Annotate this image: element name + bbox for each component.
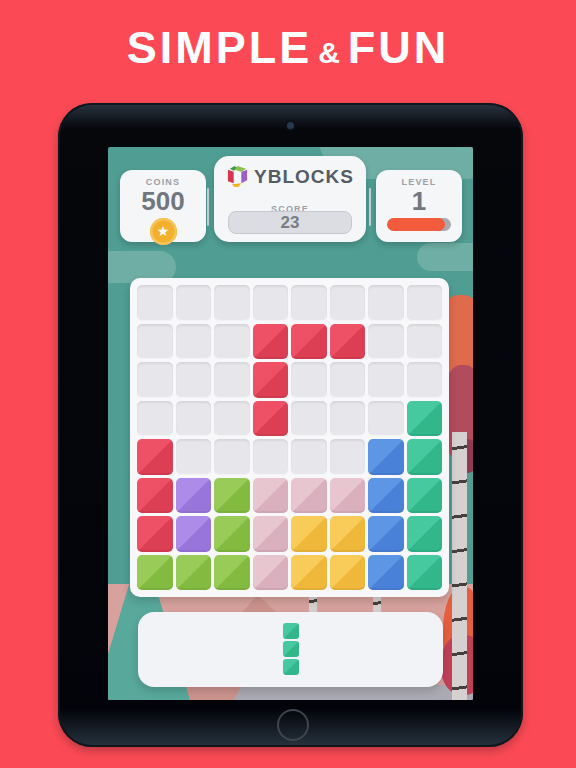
board-cell-teal[interactable] xyxy=(407,516,443,552)
score-card: YBLOCKS SCORE 23 xyxy=(214,156,366,242)
board-cell-empty[interactable] xyxy=(176,285,212,321)
logo-text: YBLOCKS xyxy=(254,166,354,188)
board-cell-red[interactable] xyxy=(330,324,366,360)
board-grid xyxy=(137,285,442,590)
board-cell-empty[interactable] xyxy=(214,401,250,437)
board-cell-red[interactable] xyxy=(291,324,327,360)
page-title: SIMPLE&FUN xyxy=(0,22,576,74)
board-cell-empty[interactable] xyxy=(368,401,404,437)
tray-piece-cell xyxy=(283,623,299,639)
game-board xyxy=(130,278,449,597)
front-camera-icon xyxy=(287,122,294,129)
board-cell-teal[interactable] xyxy=(407,439,443,475)
board-cell-teal[interactable] xyxy=(407,555,443,591)
hud-divider xyxy=(369,188,371,226)
board-cell-empty[interactable] xyxy=(368,285,404,321)
board-cell-red[interactable] xyxy=(253,324,289,360)
level-progress-bar xyxy=(387,218,451,231)
board-cell-yellow[interactable] xyxy=(330,516,366,552)
board-cell-red[interactable] xyxy=(137,439,173,475)
board-cell-empty[interactable] xyxy=(407,324,443,360)
board-cell-empty[interactable] xyxy=(137,285,173,321)
board-cell-light-green[interactable] xyxy=(137,555,173,591)
board-cell-empty[interactable] xyxy=(214,439,250,475)
board-cell-empty[interactable] xyxy=(137,401,173,437)
board-cell-yellow[interactable] xyxy=(291,516,327,552)
board-cell-light-green[interactable] xyxy=(214,555,250,591)
piece-tray xyxy=(138,612,443,687)
board-cell-light-green[interactable] xyxy=(214,478,250,514)
board-cell-empty[interactable] xyxy=(330,362,366,398)
board-cell-pink[interactable] xyxy=(253,478,289,514)
board-cell-empty[interactable] xyxy=(368,362,404,398)
game-screen: YBLOCKS SCORE 23 COINS 500 ★ LEVEL 1 xyxy=(108,147,473,700)
board-cell-red[interactable] xyxy=(137,478,173,514)
yblocks-cube-icon xyxy=(226,165,249,188)
logo: YBLOCKS xyxy=(214,165,366,188)
board-cell-red[interactable] xyxy=(137,516,173,552)
coin-star-icon: ★ xyxy=(150,218,177,245)
board-cell-blue[interactable] xyxy=(368,555,404,591)
board-cell-pink[interactable] xyxy=(253,516,289,552)
board-cell-teal[interactable] xyxy=(407,401,443,437)
board-cell-empty[interactable] xyxy=(137,362,173,398)
board-cell-pink[interactable] xyxy=(253,555,289,591)
board-cell-empty[interactable] xyxy=(330,401,366,437)
marketing-page: SIMPLE&FUN xyxy=(0,0,576,768)
board-cell-empty[interactable] xyxy=(176,401,212,437)
board-cell-empty[interactable] xyxy=(330,439,366,475)
board-cell-blue[interactable] xyxy=(368,439,404,475)
board-cell-empty[interactable] xyxy=(253,285,289,321)
board-cell-empty[interactable] xyxy=(137,324,173,360)
board-cell-red[interactable] xyxy=(253,362,289,398)
board-cell-empty[interactable] xyxy=(176,439,212,475)
board-cell-empty[interactable] xyxy=(214,285,250,321)
tray-piece-1x3-teal[interactable] xyxy=(283,623,299,675)
board-cell-light-green[interactable] xyxy=(176,555,212,591)
board-cell-yellow[interactable] xyxy=(330,555,366,591)
tray-piece-cell xyxy=(283,659,299,675)
home-button[interactable] xyxy=(277,709,309,741)
board-cell-purple[interactable] xyxy=(176,478,212,514)
board-cell-pink[interactable] xyxy=(330,478,366,514)
ipad-frame: YBLOCKS SCORE 23 COINS 500 ★ LEVEL 1 xyxy=(58,103,523,747)
board-cell-empty[interactable] xyxy=(407,285,443,321)
title-right: FUN xyxy=(348,22,449,73)
board-cell-empty[interactable] xyxy=(291,362,327,398)
board-cell-empty[interactable] xyxy=(330,285,366,321)
gray-path xyxy=(234,685,473,700)
level-value: 1 xyxy=(376,188,462,214)
board-cell-empty[interactable] xyxy=(214,324,250,360)
board-cell-red[interactable] xyxy=(253,401,289,437)
hud-divider xyxy=(207,188,209,226)
board-cell-empty[interactable] xyxy=(368,324,404,360)
birch-trunk xyxy=(452,432,467,700)
board-cell-empty[interactable] xyxy=(291,401,327,437)
board-cell-blue[interactable] xyxy=(368,478,404,514)
coins-card: COINS 500 ★ xyxy=(120,170,206,242)
board-cell-empty[interactable] xyxy=(407,362,443,398)
board-cell-purple[interactable] xyxy=(176,516,212,552)
board-cell-pink[interactable] xyxy=(291,478,327,514)
level-progress-fill xyxy=(387,218,445,231)
score-value: 23 xyxy=(228,211,352,234)
coins-value: 500 xyxy=(120,188,206,214)
board-cell-empty[interactable] xyxy=(214,362,250,398)
level-card: LEVEL 1 xyxy=(376,170,462,242)
title-left: SIMPLE xyxy=(127,22,313,73)
board-cell-empty[interactable] xyxy=(176,362,212,398)
tray-piece-cell xyxy=(283,641,299,657)
board-cell-yellow[interactable] xyxy=(291,555,327,591)
board-cell-light-green[interactable] xyxy=(214,516,250,552)
board-cell-blue[interactable] xyxy=(368,516,404,552)
title-ampersand: & xyxy=(318,36,342,69)
board-cell-empty[interactable] xyxy=(253,439,289,475)
cloud-shape xyxy=(417,243,473,271)
board-cell-empty[interactable] xyxy=(291,439,327,475)
board-cell-empty[interactable] xyxy=(176,324,212,360)
board-cell-teal[interactable] xyxy=(407,478,443,514)
board-cell-empty[interactable] xyxy=(291,285,327,321)
